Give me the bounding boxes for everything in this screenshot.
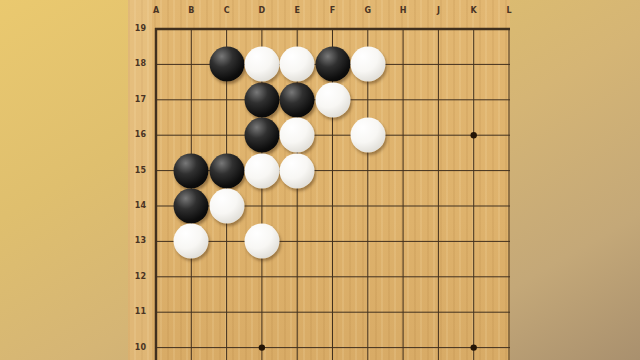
- star-point-D10: [259, 344, 265, 350]
- row-label-15: 15: [128, 165, 146, 177]
- stone-white-G18[interactable]: [350, 47, 385, 82]
- page-background: ABCDEFGHJKL19181716151413121110: [0, 0, 640, 360]
- stone-black-D16[interactable]: [244, 118, 279, 153]
- stone-black-B15[interactable]: [174, 153, 209, 188]
- col-label-H: H: [393, 5, 413, 17]
- star-point-K10: [471, 344, 477, 350]
- row-label-10: 10: [128, 342, 146, 354]
- stone-white-D13[interactable]: [244, 224, 279, 259]
- row-label-13: 13: [128, 235, 146, 247]
- stone-white-D18[interactable]: [244, 47, 279, 82]
- row-label-14: 14: [128, 200, 146, 212]
- col-label-D: D: [252, 5, 272, 17]
- stone-white-C14[interactable]: [209, 189, 244, 224]
- stone-black-C18[interactable]: [209, 47, 244, 82]
- stone-white-G16[interactable]: [350, 118, 385, 153]
- row-label-19: 19: [128, 23, 146, 35]
- row-label-11: 11: [128, 306, 146, 318]
- go-board[interactable]: ABCDEFGHJKL19181716151413121110: [128, 0, 510, 360]
- row-label-17: 17: [128, 94, 146, 106]
- row-label-18: 18: [128, 58, 146, 70]
- col-label-G: G: [358, 5, 378, 17]
- stone-white-B13[interactable]: [174, 224, 209, 259]
- col-label-F: F: [323, 5, 343, 17]
- col-label-J: J: [428, 5, 448, 17]
- stone-white-E18[interactable]: [280, 47, 315, 82]
- stone-black-E17[interactable]: [280, 82, 315, 117]
- col-label-K: K: [464, 5, 484, 17]
- row-label-12: 12: [128, 271, 146, 283]
- stone-black-D17[interactable]: [244, 82, 279, 117]
- col-label-A: A: [146, 5, 166, 17]
- col-label-E: E: [287, 5, 307, 17]
- stone-white-F17[interactable]: [315, 82, 350, 117]
- stone-white-D15[interactable]: [244, 153, 279, 188]
- col-label-B: B: [181, 5, 201, 17]
- col-label-C: C: [217, 5, 237, 17]
- stone-white-E15[interactable]: [280, 153, 315, 188]
- stone-black-C15[interactable]: [209, 153, 244, 188]
- stone-black-F18[interactable]: [315, 47, 350, 82]
- stone-white-E16[interactable]: [280, 118, 315, 153]
- row-label-16: 16: [128, 129, 146, 141]
- col-label-L: L: [499, 5, 519, 17]
- stone-black-B14[interactable]: [174, 189, 209, 224]
- star-point-K16: [471, 132, 477, 138]
